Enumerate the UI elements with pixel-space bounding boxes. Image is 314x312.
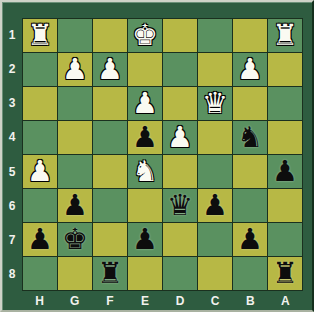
black-pawn: ♟ (272, 155, 298, 188)
square-a6[interactable] (268, 189, 302, 222)
square-h8[interactable] (23, 257, 57, 290)
square-h7[interactable]: ♟ (23, 223, 57, 256)
square-d8[interactable] (163, 257, 197, 290)
file-label-f: F (92, 291, 127, 310)
file-labels: HGFEDCBA (22, 291, 303, 310)
file-label-h: H (22, 291, 57, 310)
rank-label-4: 4 (2, 120, 22, 154)
square-a4[interactable] (268, 121, 302, 154)
square-f1[interactable] (93, 19, 127, 52)
square-e1[interactable]: ♚ (128, 19, 162, 52)
black-king: ♚ (62, 223, 88, 256)
square-c7[interactable] (198, 223, 232, 256)
square-f6[interactable] (93, 189, 127, 222)
square-d3[interactable] (163, 87, 197, 120)
square-h5[interactable]: ♟ (23, 155, 57, 188)
square-b6[interactable] (233, 189, 267, 222)
board: ♜♚♜♟♟♟♟♛♟♟♞♟♞♟♟♛♟♟♚♟♟♜♜ (22, 18, 303, 291)
square-e7[interactable]: ♟ (128, 223, 162, 256)
square-d1[interactable] (163, 19, 197, 52)
square-c5[interactable] (198, 155, 232, 188)
square-f5[interactable] (93, 155, 127, 188)
square-b2[interactable]: ♟ (233, 53, 267, 86)
square-g7[interactable]: ♚ (58, 223, 92, 256)
white-queen: ♛ (202, 87, 228, 120)
square-d7[interactable] (163, 223, 197, 256)
white-rook: ♜ (272, 19, 298, 52)
square-h3[interactable] (23, 87, 57, 120)
black-knight: ♞ (237, 121, 263, 154)
square-c1[interactable] (198, 19, 232, 52)
rank-label-3: 3 (2, 86, 22, 120)
square-a2[interactable] (268, 53, 302, 86)
square-h2[interactable] (23, 53, 57, 86)
black-pawn: ♟ (237, 223, 263, 256)
white-pawn: ♟ (97, 53, 123, 86)
square-c8[interactable] (198, 257, 232, 290)
file-label-b: B (233, 291, 268, 310)
black-pawn: ♟ (27, 223, 53, 256)
file-label-g: G (57, 291, 92, 310)
square-g8[interactable] (58, 257, 92, 290)
square-g4[interactable] (58, 121, 92, 154)
square-b1[interactable] (233, 19, 267, 52)
square-e2[interactable] (128, 53, 162, 86)
square-a5[interactable]: ♟ (268, 155, 302, 188)
black-rook: ♜ (272, 257, 298, 290)
square-e5[interactable]: ♞ (128, 155, 162, 188)
white-pawn: ♟ (132, 87, 158, 120)
square-c6[interactable]: ♟ (198, 189, 232, 222)
square-b3[interactable] (233, 87, 267, 120)
square-a3[interactable] (268, 87, 302, 120)
square-a7[interactable] (268, 223, 302, 256)
square-g6[interactable]: ♟ (58, 189, 92, 222)
square-f7[interactable] (93, 223, 127, 256)
file-label-c: C (198, 291, 233, 310)
black-pawn: ♟ (132, 121, 158, 154)
rank-label-5: 5 (2, 155, 22, 189)
rank-label-2: 2 (2, 52, 22, 86)
square-c2[interactable] (198, 53, 232, 86)
black-queen: ♛ (167, 189, 193, 222)
square-g1[interactable] (58, 19, 92, 52)
white-pawn: ♟ (167, 121, 193, 154)
square-a1[interactable]: ♜ (268, 19, 302, 52)
square-d5[interactable] (163, 155, 197, 188)
square-f8[interactable]: ♜ (93, 257, 127, 290)
square-h6[interactable] (23, 189, 57, 222)
white-king: ♚ (132, 19, 158, 52)
rank-label-6: 6 (2, 189, 22, 223)
square-g5[interactable] (58, 155, 92, 188)
white-pawn: ♟ (62, 53, 88, 86)
rank-label-8: 8 (2, 257, 22, 291)
square-f3[interactable] (93, 87, 127, 120)
rank-label-1: 1 (2, 18, 22, 52)
black-rook: ♜ (97, 257, 123, 290)
black-pawn: ♟ (132, 223, 158, 256)
rank-labels: 12345678 (2, 18, 22, 291)
square-b5[interactable] (233, 155, 267, 188)
square-f2[interactable]: ♟ (93, 53, 127, 86)
square-b4[interactable]: ♞ (233, 121, 267, 154)
file-label-a: A (268, 291, 303, 310)
square-h4[interactable] (23, 121, 57, 154)
white-pawn: ♟ (237, 53, 263, 86)
chessboard-frame: 12345678 ♜♚♜♟♟♟♟♛♟♟♞♟♞♟♟♛♟♟♚♟♟♜♜ HGFEDCB… (0, 0, 314, 312)
black-pawn: ♟ (202, 189, 228, 222)
square-e4[interactable]: ♟ (128, 121, 162, 154)
file-label-d: D (163, 291, 198, 310)
square-a8[interactable]: ♜ (268, 257, 302, 290)
square-g2[interactable]: ♟ (58, 53, 92, 86)
square-d6[interactable]: ♛ (163, 189, 197, 222)
square-f4[interactable] (93, 121, 127, 154)
rank-label-7: 7 (2, 223, 22, 257)
white-rook: ♜ (27, 19, 53, 52)
white-pawn: ♟ (27, 155, 53, 188)
square-b7[interactable]: ♟ (233, 223, 267, 256)
square-b8[interactable] (233, 257, 267, 290)
square-c3[interactable]: ♛ (198, 87, 232, 120)
square-e6[interactable] (128, 189, 162, 222)
square-h1[interactable]: ♜ (23, 19, 57, 52)
square-c4[interactable] (198, 121, 232, 154)
square-e3[interactable]: ♟ (128, 87, 162, 120)
file-label-e: E (127, 291, 162, 310)
square-g3[interactable] (58, 87, 92, 120)
square-d4[interactable]: ♟ (163, 121, 197, 154)
square-d2[interactable] (163, 53, 197, 86)
square-e8[interactable] (128, 257, 162, 290)
black-pawn: ♟ (62, 189, 88, 222)
white-knight: ♞ (132, 155, 158, 188)
